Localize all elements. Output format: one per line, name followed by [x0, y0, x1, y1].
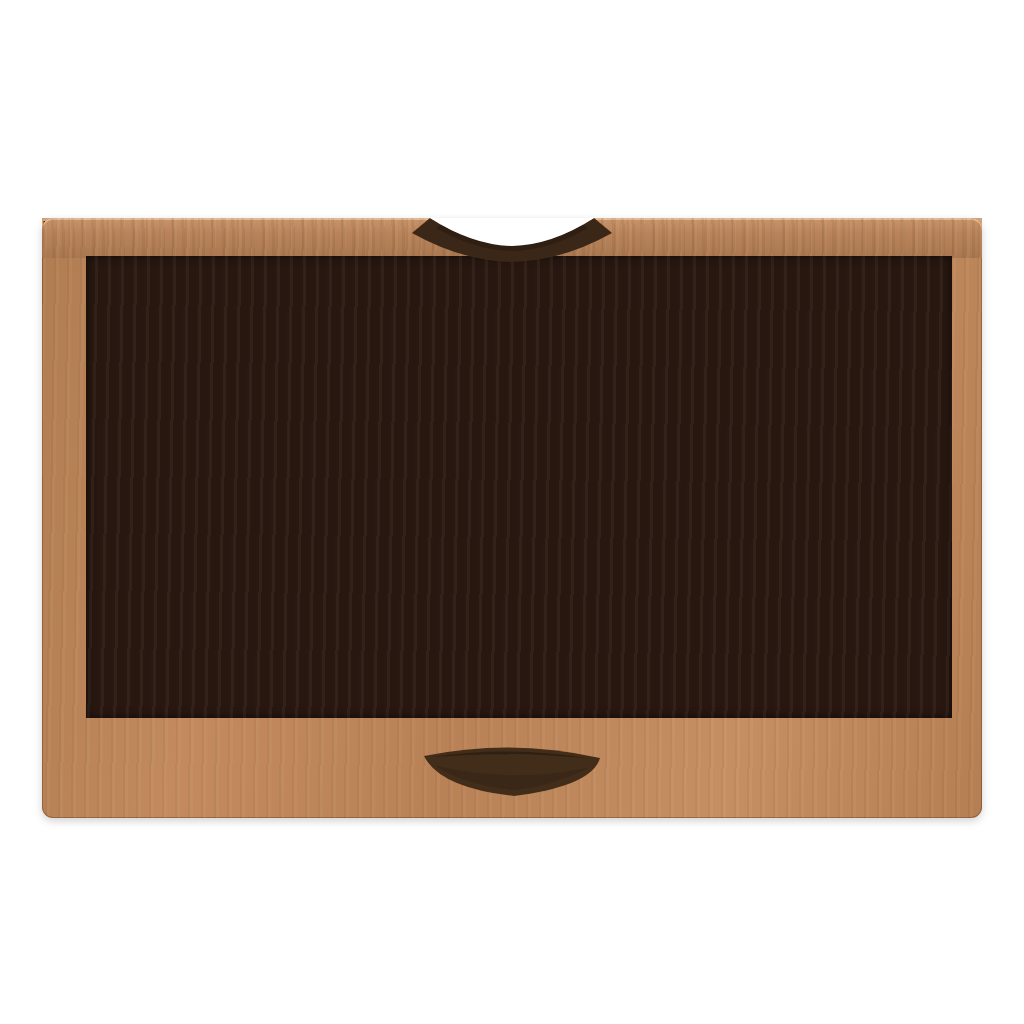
tray-recess [86, 256, 952, 718]
wooden-box: H&A Quailty [42, 218, 982, 818]
tray-top-rim [90, 258, 948, 286]
product-photo: H&A Quailty [0, 0, 1024, 1024]
lid-notch-top-icon [412, 218, 612, 262]
lid-notch-bottom-icon [422, 744, 602, 800]
